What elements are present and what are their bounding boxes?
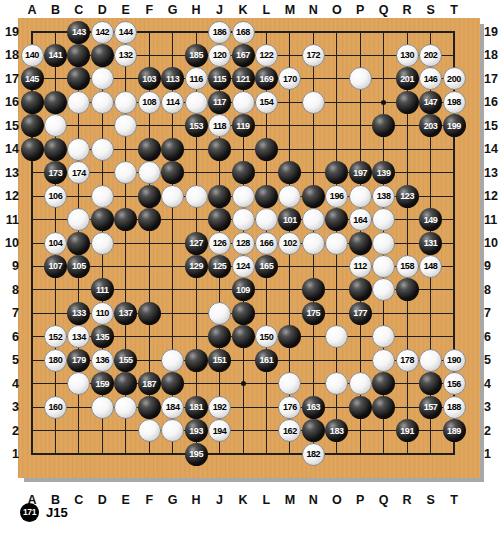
- stone-F4: 187: [138, 372, 161, 395]
- stone-M10: 102: [278, 232, 301, 255]
- stone-M3: 176: [278, 396, 301, 419]
- column-label: B: [43, 3, 67, 17]
- row-label: 4: [0, 377, 22, 391]
- column-label: M: [278, 3, 302, 17]
- stone-A18: 140: [21, 44, 44, 67]
- stone-F13: [138, 161, 161, 184]
- stone-G3: 184: [161, 396, 184, 419]
- stone-J11: [208, 208, 231, 231]
- stone-L12: [255, 185, 278, 208]
- stone-C14: [67, 138, 90, 161]
- stone-F3: [138, 396, 161, 419]
- stone-D18: [91, 44, 114, 67]
- column-label: T: [442, 493, 466, 507]
- stone-F12: [138, 185, 161, 208]
- stone-H5: [185, 349, 208, 372]
- column-label: J: [208, 3, 232, 17]
- stone-D14: [91, 138, 114, 161]
- stone-A14: [21, 138, 44, 161]
- stone-F11: [138, 208, 161, 231]
- stone-B5: 180: [44, 349, 67, 372]
- column-label: R: [395, 493, 419, 507]
- stone-E16: [114, 91, 137, 114]
- stone-R9: 158: [396, 255, 419, 278]
- column-label: F: [137, 3, 161, 17]
- stone-N1: 182: [302, 443, 325, 466]
- column-label: N: [301, 493, 325, 507]
- stone-B14: [44, 138, 67, 161]
- stone-K15: 119: [232, 114, 255, 137]
- stone-N7: 175: [302, 302, 325, 325]
- stone-T3: 188: [443, 396, 466, 419]
- stone-K8: 109: [232, 278, 255, 301]
- column-label: C: [67, 493, 91, 507]
- column-label: N: [301, 3, 325, 17]
- stone-D12: [91, 185, 114, 208]
- column-label: Q: [372, 493, 396, 507]
- row-label: 12: [0, 189, 22, 203]
- row-label: 5: [481, 353, 500, 367]
- column-label: M: [278, 493, 302, 507]
- row-label: 14: [0, 142, 22, 156]
- row-label: 17: [0, 72, 22, 86]
- column-label: K: [231, 493, 255, 507]
- row-label: 13: [481, 166, 500, 180]
- stone-N3: 163: [302, 396, 325, 419]
- column-label: A: [20, 3, 44, 17]
- stone-H12: [185, 185, 208, 208]
- stone-N18: 172: [302, 44, 325, 67]
- stone-C5: 179: [67, 349, 90, 372]
- star-point: [241, 381, 246, 386]
- stone-F2: [138, 419, 161, 442]
- stone-S16: 147: [419, 91, 442, 114]
- column-label: L: [254, 493, 278, 507]
- stone-J2: 194: [208, 419, 231, 442]
- stone-L16: 154: [255, 91, 278, 114]
- column-label: K: [231, 3, 255, 17]
- stone-T17: 200: [443, 67, 466, 90]
- column-label: R: [395, 3, 419, 17]
- stone-Q9: [372, 255, 395, 278]
- stone-L5: 161: [255, 349, 278, 372]
- row-label: 12: [481, 189, 500, 203]
- stone-D11: [91, 208, 114, 231]
- column-label: F: [137, 493, 161, 507]
- stone-H1: 195: [185, 443, 208, 466]
- column-label: G: [161, 493, 185, 507]
- row-label: 2: [0, 424, 22, 438]
- stone-G12: [161, 185, 184, 208]
- row-label: 1: [0, 447, 22, 461]
- row-label: 18: [481, 48, 500, 62]
- row-label: 7: [0, 306, 22, 320]
- column-label: P: [348, 3, 372, 17]
- column-label: S: [419, 3, 443, 17]
- stone-Q12: 138: [372, 185, 395, 208]
- stone-L10: 166: [255, 232, 278, 255]
- stone-B3: 160: [44, 396, 67, 419]
- row-label: 6: [481, 330, 500, 344]
- column-label: G: [161, 3, 185, 17]
- row-label: 3: [0, 400, 22, 414]
- stone-T16: 198: [443, 91, 466, 114]
- row-label: 15: [0, 119, 22, 133]
- column-label: H: [184, 493, 208, 507]
- stone-D7: 110: [91, 302, 114, 325]
- go-board-diagram: AABBCCDDEEFFGGHHJJKKLLMMNNOOPPQQRRSSTT19…: [0, 0, 500, 537]
- row-label: 14: [481, 142, 500, 156]
- stone-D10: [91, 232, 114, 255]
- stone-J18: 120: [208, 44, 231, 67]
- stone-J14: [208, 138, 231, 161]
- stone-K7: [232, 302, 255, 325]
- stone-J16: 117: [208, 91, 231, 114]
- stone-D3: [91, 396, 114, 419]
- column-label: E: [114, 3, 138, 17]
- stone-K11: [232, 208, 255, 231]
- row-label: 5: [0, 353, 22, 367]
- stone-K16: [232, 91, 255, 114]
- column-label: C: [67, 3, 91, 17]
- stone-T2: 189: [443, 419, 466, 442]
- stone-G5: [161, 349, 184, 372]
- stone-N10: [302, 232, 325, 255]
- stone-L11: [255, 208, 278, 231]
- stone-P13: 197: [349, 161, 372, 184]
- stone-F16: 108: [138, 91, 161, 114]
- stone-P8: [349, 278, 372, 301]
- stone-J5: 151: [208, 349, 231, 372]
- stone-S3: 157: [419, 396, 442, 419]
- stone-P11: 164: [349, 208, 372, 231]
- row-label: 1: [481, 447, 500, 461]
- stone-N11: [302, 208, 325, 231]
- row-label: 2: [481, 424, 500, 438]
- stone-J10: 126: [208, 232, 231, 255]
- stone-D4: 159: [91, 372, 114, 395]
- row-label: 6: [0, 330, 22, 344]
- stone-Q3: [372, 396, 395, 419]
- stone-H18: 185: [185, 44, 208, 67]
- stone-K19: 168: [232, 21, 255, 44]
- column-label: D: [90, 493, 114, 507]
- stone-B10: 104: [44, 232, 67, 255]
- stone-E19: 144: [114, 21, 137, 44]
- stone-J7: [208, 302, 231, 325]
- caption-move-stone: 171: [20, 503, 39, 522]
- row-label: 9: [481, 259, 500, 273]
- column-label: O: [325, 3, 349, 17]
- stone-J12: [208, 185, 231, 208]
- row-label: 8: [481, 283, 500, 297]
- stone-L14: [255, 138, 278, 161]
- column-label: L: [254, 3, 278, 17]
- row-label: 7: [481, 306, 500, 320]
- stone-H16: [185, 91, 208, 114]
- row-label: 11: [0, 213, 22, 227]
- stone-R2: 191: [396, 419, 419, 442]
- stone-P17: [349, 67, 372, 90]
- stone-H15: 153: [185, 114, 208, 137]
- stone-P10: [349, 232, 372, 255]
- stone-H9: 129: [185, 255, 208, 278]
- stone-K12: [232, 185, 255, 208]
- stone-D6: 135: [91, 325, 114, 348]
- row-label: 17: [481, 72, 500, 86]
- stone-B18: 141: [44, 44, 67, 67]
- stone-Q10: [372, 232, 395, 255]
- stone-N12: [302, 185, 325, 208]
- row-label: 8: [0, 283, 22, 297]
- stone-H2: 193: [185, 419, 208, 442]
- stone-G16: 114: [161, 91, 184, 114]
- stone-K17: 121: [232, 67, 255, 90]
- stone-R18: 130: [396, 44, 419, 67]
- stone-K10: 128: [232, 232, 255, 255]
- row-label: 13: [0, 166, 22, 180]
- stone-F14: [138, 138, 161, 161]
- stone-E7: 137: [114, 302, 137, 325]
- column-label: D: [90, 3, 114, 17]
- footnote-caption: 171 J15: [20, 501, 68, 523]
- stone-A15: [21, 114, 44, 137]
- column-label: J: [208, 493, 232, 507]
- stone-L9: 165: [255, 255, 278, 278]
- stone-E5: 155: [114, 349, 137, 372]
- stone-K18: 167: [232, 44, 255, 67]
- stone-R8: [396, 278, 419, 301]
- caption-move-location: J15: [46, 505, 68, 520]
- stone-D19: 142: [91, 21, 114, 44]
- stone-P4: [349, 372, 372, 395]
- stone-A16: [21, 91, 44, 114]
- stone-P7: 177: [349, 302, 372, 325]
- row-label: 18: [0, 48, 22, 62]
- stone-J9: 125: [208, 255, 231, 278]
- stone-B12: 106: [44, 185, 67, 208]
- stone-R17: 201: [396, 67, 419, 90]
- row-label: 10: [0, 236, 22, 250]
- stone-S9: 148: [419, 255, 442, 278]
- column-label: T: [442, 3, 466, 17]
- column-label: P: [348, 493, 372, 507]
- stone-H10: 127: [185, 232, 208, 255]
- stone-S5: [419, 349, 442, 372]
- column-label: Q: [372, 3, 396, 17]
- stone-K9: 124: [232, 255, 255, 278]
- stone-E3: [114, 396, 137, 419]
- row-label: 19: [481, 25, 500, 39]
- stone-S18: 202: [419, 44, 442, 67]
- stone-J3: 192: [208, 396, 231, 419]
- stone-C10: [67, 232, 90, 255]
- stone-N16: [302, 91, 325, 114]
- row-label: 4: [481, 377, 500, 391]
- stone-R16: [396, 91, 419, 114]
- stone-T5: 190: [443, 349, 466, 372]
- stone-S10: 131: [419, 232, 442, 255]
- stone-S11: 149: [419, 208, 442, 231]
- stone-P3: [349, 396, 372, 419]
- stone-Q5: [372, 349, 395, 372]
- stone-P9: 112: [349, 255, 372, 278]
- stone-R12: 123: [396, 185, 419, 208]
- stone-K13: [232, 161, 255, 184]
- stone-R5: 178: [396, 349, 419, 372]
- stone-B13: 173: [44, 161, 67, 184]
- stone-F7: [138, 302, 161, 325]
- stone-T15: 199: [443, 114, 466, 137]
- stone-N2: [302, 419, 325, 442]
- column-label: H: [184, 3, 208, 17]
- stone-B16: [44, 91, 67, 114]
- row-label: 16: [481, 95, 500, 109]
- stone-O12: 196: [325, 185, 348, 208]
- stone-H3: 181: [185, 396, 208, 419]
- stone-J19: 186: [208, 21, 231, 44]
- stone-L18: 122: [255, 44, 278, 67]
- stone-M12: [278, 185, 301, 208]
- row-label: 3: [481, 400, 500, 414]
- stone-K6: [232, 325, 255, 348]
- column-label: O: [325, 493, 349, 507]
- stone-P12: [349, 185, 372, 208]
- stone-A17: 145: [21, 67, 44, 90]
- stone-D5: 136: [91, 349, 114, 372]
- row-label: 16: [0, 95, 22, 109]
- stone-T4: 156: [443, 372, 466, 395]
- row-label: 10: [481, 236, 500, 250]
- stone-O10: [325, 232, 348, 255]
- stone-H17: 116: [185, 67, 208, 90]
- stone-C19: 143: [67, 21, 90, 44]
- row-label: 9: [0, 259, 22, 273]
- caption-move-number: 171: [23, 507, 36, 517]
- stone-G14: [161, 138, 184, 161]
- row-label: 11: [481, 213, 500, 227]
- stone-B9: 107: [44, 255, 67, 278]
- row-label: 19: [0, 25, 22, 39]
- column-label: E: [114, 493, 138, 507]
- stone-D16: [91, 91, 114, 114]
- star-point: [381, 100, 386, 105]
- grid-line-h: [32, 430, 454, 431]
- stone-F17: 103: [138, 67, 161, 90]
- row-label: 15: [481, 119, 500, 133]
- column-label: S: [419, 493, 443, 507]
